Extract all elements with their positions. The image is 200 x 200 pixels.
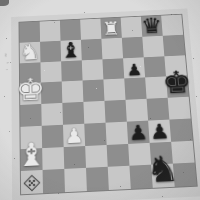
square-b8[interactable]	[40, 21, 61, 42]
photo-noise	[0, 0, 1, 1]
photo-corner-smudge	[0, 0, 9, 6]
white-pawn-c3[interactable]: ♟	[64, 125, 84, 146]
square-c5[interactable]	[62, 81, 84, 103]
square-c1[interactable]	[64, 168, 87, 192]
square-c4[interactable]	[62, 102, 84, 125]
square-h8[interactable]	[161, 15, 183, 36]
square-e1[interactable]	[108, 166, 131, 190]
square-e6[interactable]	[102, 58, 124, 80]
square-g3[interactable]: ♟	[148, 119, 171, 142]
board-grid: ♜♛♞♝♟♚♚♟♟♟♝♞	[19, 14, 198, 196]
border-handwriting: ~ ' ·	[2, 53, 11, 61]
square-g4[interactable]	[147, 98, 170, 121]
square-c3[interactable]: ♟	[63, 123, 85, 146]
square-b7[interactable]	[40, 41, 61, 62]
square-c2[interactable]	[64, 146, 86, 170]
white-king-a5[interactable]: ♚	[16, 74, 45, 106]
square-h5[interactable]: ♚	[166, 76, 189, 98]
square-a2[interactable]: ♝	[21, 148, 43, 172]
white-rook-e8[interactable]: ♜	[102, 19, 121, 38]
black-pawn-g3[interactable]: ♟	[149, 121, 170, 142]
white-bishop-a2[interactable]: ♝	[16, 138, 46, 172]
square-e8[interactable]: ♜	[100, 18, 121, 39]
square-d7[interactable]	[81, 39, 102, 60]
black-king-h5[interactable]: ♚	[161, 66, 193, 98]
square-d1[interactable]	[86, 167, 109, 191]
square-d6[interactable]	[82, 59, 104, 81]
chessboard-photo: ♜♛♞♝♟♚♚♟♟♟♝♞ ~ ' · 7	[0, 0, 200, 200]
square-c7[interactable]: ♝	[61, 40, 82, 61]
square-e3[interactable]	[106, 121, 129, 144]
square-f8[interactable]	[121, 17, 143, 38]
square-d3[interactable]	[84, 122, 106, 145]
black-pawn-f3[interactable]: ♟	[128, 122, 149, 143]
square-f6[interactable]: ♟	[123, 57, 145, 79]
black-bishop-c7[interactable]: ♝	[60, 38, 82, 60]
square-a7[interactable]: ♞	[20, 42, 41, 63]
square-e7[interactable]	[101, 38, 123, 59]
square-g7[interactable]	[142, 36, 164, 57]
square-d2[interactable]	[85, 145, 108, 169]
square-f5[interactable]	[124, 78, 146, 100]
square-d4[interactable]	[83, 101, 105, 124]
square-f3[interactable]: ♟	[127, 120, 150, 143]
square-g1[interactable]: ♞	[151, 164, 175, 188]
square-d8[interactable]	[80, 19, 101, 40]
board-frame: ♜♛♞♝♟♚♚♟♟♟♝♞ ~ ' · 7	[11, 9, 200, 200]
square-h7[interactable]	[163, 35, 185, 56]
square-e5[interactable]	[103, 79, 125, 101]
black-knight-g1[interactable]: ♞	[145, 151, 180, 188]
photo-scene: ♜♛♞♝♟♚♚♟♟♟♝♞ ~ ' · 7	[0, 0, 200, 200]
square-f4[interactable]	[126, 99, 149, 122]
chess-board: ♜♛♞♝♟♚♚♟♟♟♝♞ ~ ' · 7	[11, 9, 200, 200]
square-a5[interactable]: ♚	[20, 83, 41, 105]
black-queen-g8[interactable]: ♛	[141, 15, 163, 37]
square-g8[interactable]: ♛	[141, 16, 163, 37]
square-e4[interactable]	[104, 100, 126, 123]
square-h3[interactable]	[169, 118, 192, 141]
white-knight-a7[interactable]: ♞	[19, 40, 40, 62]
square-e2[interactable]	[107, 143, 130, 167]
square-d5[interactable]	[83, 80, 105, 102]
square-c6[interactable]	[61, 60, 82, 82]
square-f7[interactable]	[122, 37, 144, 58]
board-logo	[23, 175, 40, 191]
black-pawn-f6[interactable]: ♟	[126, 62, 142, 79]
